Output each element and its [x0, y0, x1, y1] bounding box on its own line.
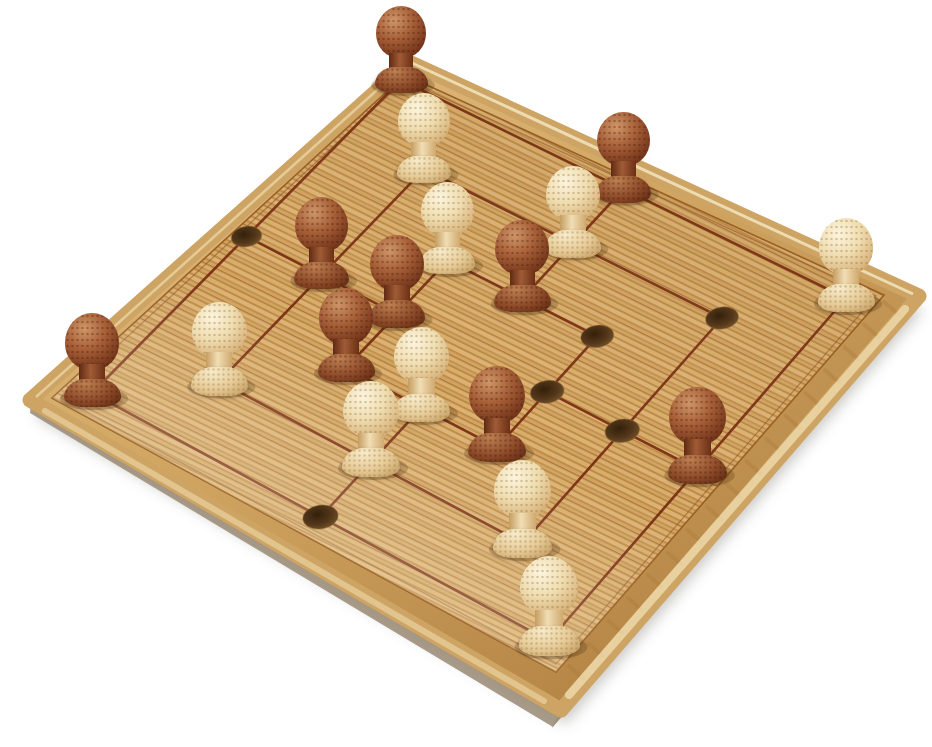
morris-board	[0, 0, 932, 747]
surface-sheen	[52, 75, 884, 672]
product-photo-scene	[0, 0, 932, 747]
